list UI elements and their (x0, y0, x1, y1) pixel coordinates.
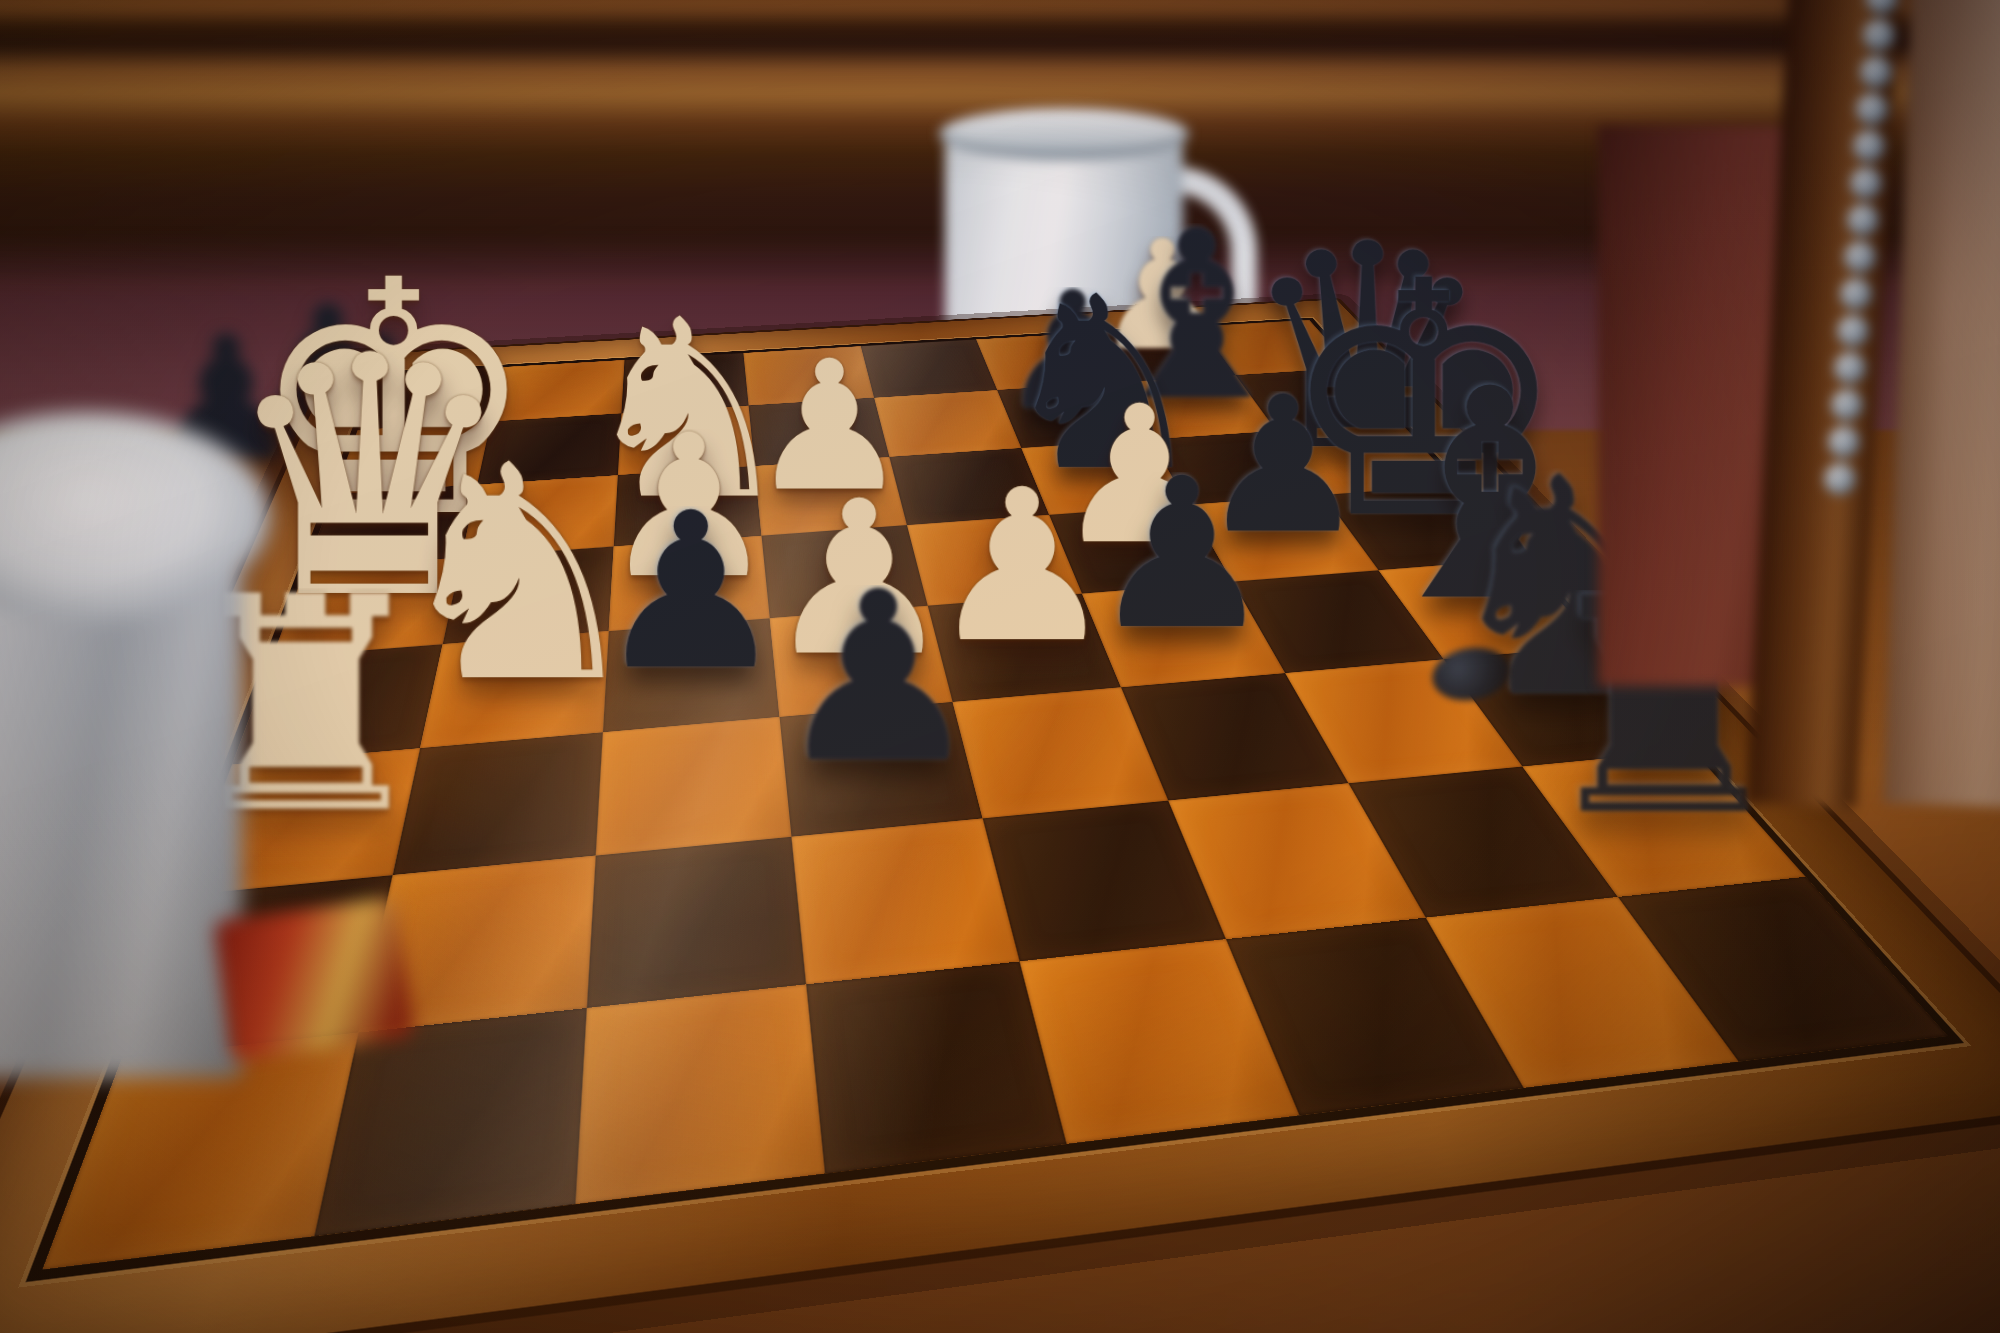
brass-stud-icon (1863, 19, 1895, 51)
brass-stud-icon (1834, 352, 1866, 384)
brass-stud-icon (1837, 315, 1869, 347)
chair-edge (1598, 0, 2000, 796)
square-g5 (983, 800, 1226, 961)
square-h8 (1618, 877, 1947, 1061)
square-h3 (575, 985, 826, 1205)
brass-stud-icon (1828, 426, 1860, 458)
black-pawn-f4: ♟ (773, 585, 983, 773)
square-e2: ♞ (420, 631, 608, 748)
square-h5 (1020, 939, 1299, 1143)
brass-stud-icon (1831, 389, 1863, 421)
brass-stud-icon (1844, 241, 1876, 273)
brass-stud-icon (1853, 130, 1885, 162)
square-f4: ♟ (780, 702, 983, 837)
square-f5 (953, 687, 1168, 818)
metal-mug-foreground (0, 418, 242, 1078)
brass-stud-icon (1847, 204, 1879, 236)
mug-rim (939, 108, 1189, 160)
black-pawn-e6: ♟ (1089, 472, 1275, 638)
matchbox (213, 896, 415, 1062)
square-f3 (595, 717, 792, 855)
chess-photo-scene: ♟♟♟ ♟♟♝♚♞♟♞♛♛♟♟♟♚♞♟♟♟♟♝♜♟♞♜ (0, 0, 2000, 1333)
chair-leather-side (1883, 0, 2000, 809)
square-g4 (792, 818, 1020, 985)
brass-stud-icon (1860, 56, 1892, 88)
brass-stud-icon (1850, 167, 1882, 199)
square-g3 (586, 836, 806, 1008)
